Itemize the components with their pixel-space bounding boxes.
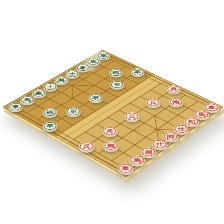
piece-glyph: 仕 [174,125,188,133]
piece-glyph: 仕 [152,140,166,148]
piece-glyph: 炮 [169,98,182,105]
piece-glyph: 兵 [125,113,138,120]
xiangqi-board: 車馬象士將士象馬車砲砲卒卒卒卒卒兵兵兵兵兵炮炮車馬相仕帥仕相馬車 [2,50,223,177]
piece-glyph: 兵 [167,86,180,93]
piece-glyph: 炮 [104,142,117,150]
piece-glyph: 馬 [194,111,208,118]
piece-glyph: 馬 [130,156,144,164]
board-grid: 車馬象士將士象馬車砲砲卒卒卒卒卒兵兵兵兵兵炮炮車馬相仕帥仕相馬車 [3,50,222,176]
piece-glyph: 相 [141,148,155,156]
piece-glyph: 兵 [79,142,93,150]
piece-glyph: 兵 [146,99,159,106]
piece-glyph: 車 [118,164,132,173]
xiangqi-set-photo: 車馬象士將士象馬車砲砲卒卒卒卒卒兵兵兵兵兵炮炮車馬相仕帥仕相馬車 [0,0,224,224]
piece-glyph: 相 [184,118,198,126]
piece-glyph: 車 [204,104,218,111]
piece-glyph: 帥 [163,133,177,141]
piece-glyph: 兵 [103,127,116,135]
